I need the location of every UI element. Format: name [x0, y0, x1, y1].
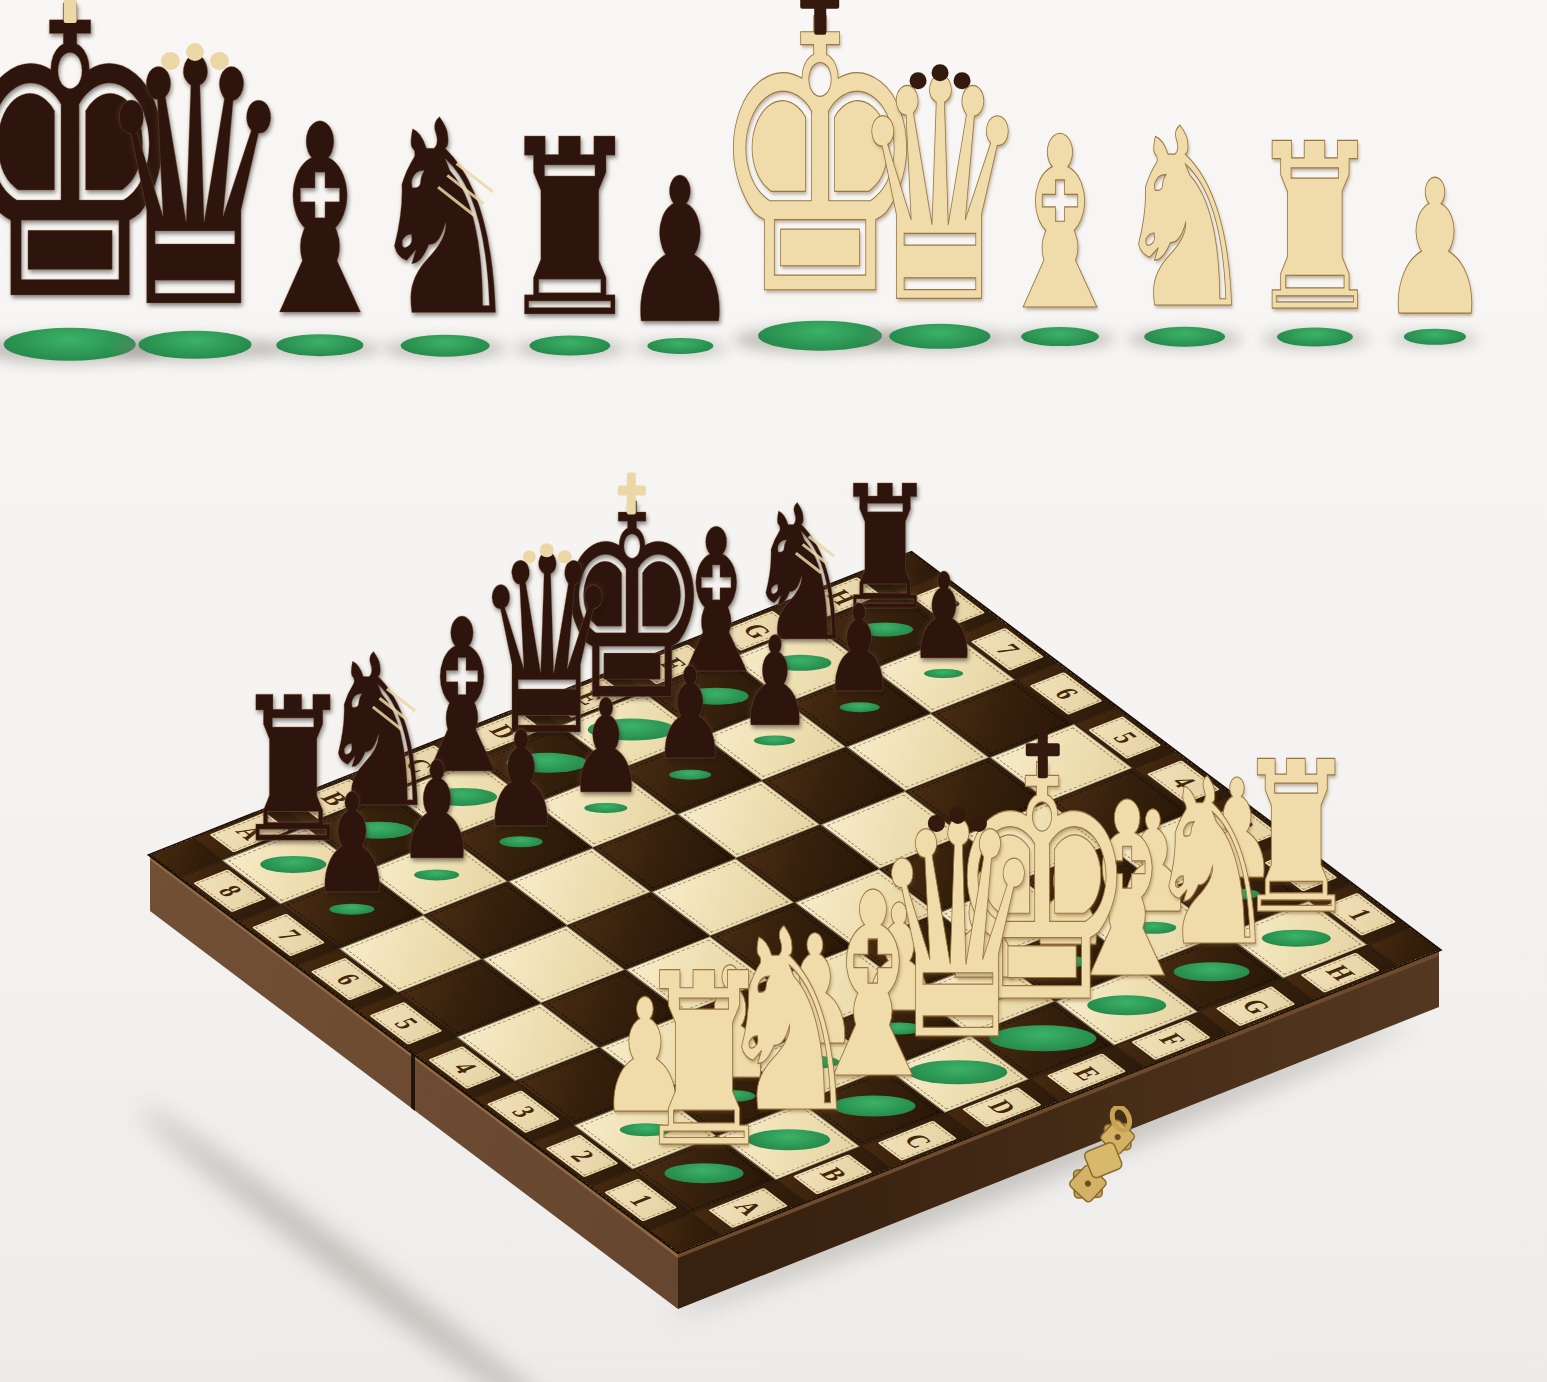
green-felt-base [1404, 329, 1465, 344]
piece-shadow [1005, 331, 1114, 348]
king-cross-finial [800, 0, 839, 34]
lineup-light-queen: ♛ [803, 47, 1077, 338]
page-root: ABCDEFGH8877665544332211ABCDEFGH ♜♞♟♝♟♚♟… [0, 0, 1547, 1382]
piece-shadow [514, 340, 626, 357]
green-felt-base [1144, 326, 1225, 346]
king-glyph: ♚ [0, 0, 188, 347]
queen-glyph: ♛ [94, 24, 295, 347]
queen-glyph: ♛ [849, 47, 1030, 338]
lineup-dark-knight: ♞ [325, 92, 565, 347]
green-felt-base [647, 337, 713, 353]
green-felt-base [758, 320, 882, 351]
green-felt-base [277, 335, 363, 356]
piece-shadow [1128, 331, 1241, 348]
lineup-light-pawn: ♟ [1352, 161, 1519, 338]
green-felt-base [139, 331, 251, 359]
lineup-light-king: ♚ [652, 0, 988, 338]
lineup-dark-queen: ♛ [43, 24, 348, 347]
green-felt-base [4, 328, 136, 361]
lineup-light-knight: ♞ [1075, 104, 1296, 338]
piece-shadow [734, 327, 907, 353]
pawn-glyph: ♟ [1380, 161, 1490, 338]
green-felt-base [890, 323, 991, 348]
queen-bead-crown [522, 544, 571, 566]
rook-glyph: ♜ [1247, 120, 1383, 339]
piece-shadow [117, 337, 273, 361]
piece-shadow [383, 339, 506, 358]
piece-shadow [0, 335, 162, 363]
bishop-glyph: ♝ [242, 98, 397, 347]
green-felt-base [1021, 327, 1100, 347]
queen-bead-crown [910, 64, 971, 91]
pawn-glyph: ♟ [621, 157, 739, 347]
knight-mane-stripes [435, 163, 494, 221]
brass-clasp[interactable] [1048, 1106, 1160, 1218]
lineup-light-rook: ♜ [1212, 120, 1418, 339]
green-felt-base [530, 335, 611, 355]
rook-glyph: ♜ [498, 115, 642, 347]
knight-mane-stripes [370, 687, 416, 732]
piece-shadow [634, 341, 726, 355]
knight-mane-stripes [793, 535, 834, 575]
chess-board: ABCDEFGH8877665544332211ABCDEFGH [150, 552, 1439, 1252]
lineup-dark-pawn: ♟ [590, 157, 769, 347]
lineup-light-bishop: ♝ [953, 112, 1166, 338]
king-cross-finial [617, 473, 645, 514]
king-cross-finial [49, 0, 91, 23]
green-felt-base [1277, 327, 1353, 346]
lineup-dark-king: ♚ [0, 0, 249, 347]
king-glyph: ♚ [709, 0, 931, 338]
green-felt-base [401, 334, 489, 356]
piece-shadow [870, 329, 1011, 350]
piece-shadow [260, 339, 381, 357]
bishop-glyph: ♝ [990, 112, 1131, 338]
lineup-dark-bishop: ♝ [203, 98, 438, 347]
knight-glyph: ♞ [366, 92, 525, 347]
piece-shadow [1392, 333, 1478, 346]
lineup-dark-rook: ♜ [461, 115, 680, 347]
piece-shadow [1262, 331, 1368, 347]
queen-bead-crown [161, 43, 228, 73]
knight-glyph: ♞ [1112, 104, 1258, 338]
